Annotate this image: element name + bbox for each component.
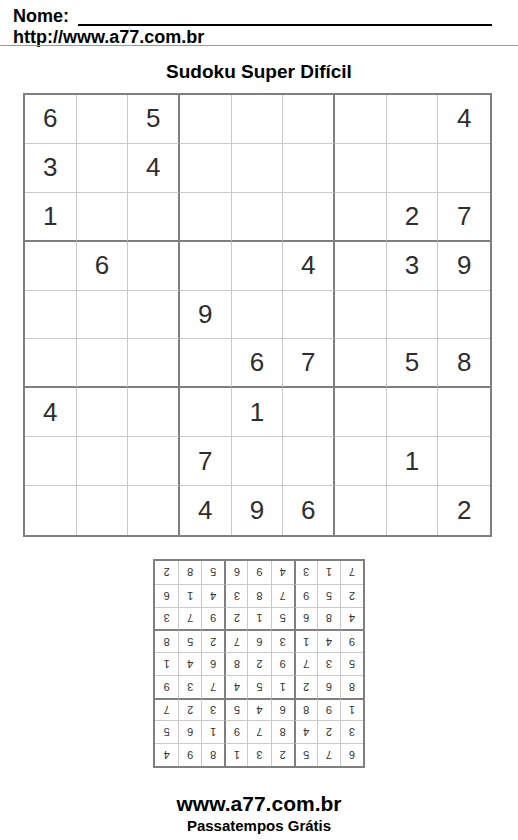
puzzle-cell-r9c8 bbox=[387, 486, 439, 535]
puzzle-cell-r7c2 bbox=[77, 388, 129, 437]
page-title: Sudoku Super Difícil bbox=[0, 61, 518, 83]
header-divider bbox=[0, 45, 518, 46]
solution-cell-r6c6: 7 bbox=[224, 629, 247, 652]
solution-cell-r3c8: 2 bbox=[178, 698, 201, 721]
solution-cell-r4c7: 7 bbox=[201, 675, 224, 698]
solution-cell-r4c3: 2 bbox=[294, 675, 317, 698]
puzzle-cell-r1c7 bbox=[335, 95, 387, 144]
solution-cell-r3c2: 9 bbox=[317, 698, 340, 721]
puzzle-cell-r8c5 bbox=[232, 437, 284, 486]
puzzle-cell-r4c3 bbox=[128, 242, 180, 291]
puzzle-cell-r4c4 bbox=[180, 242, 232, 291]
puzzle-cell-r2c2 bbox=[77, 144, 129, 193]
solution-cell-r6c2: 4 bbox=[317, 629, 340, 652]
puzzle-cell-r9c4: 4 bbox=[180, 486, 232, 535]
solution-cell-r6c9: 8 bbox=[155, 629, 178, 652]
puzzle-cell-r9c6: 6 bbox=[283, 486, 335, 535]
puzzle-cell-r2c1: 3 bbox=[25, 144, 77, 193]
puzzle-cell-r7c1: 4 bbox=[25, 388, 77, 437]
solution-cell-r1c2: 7 bbox=[317, 743, 340, 766]
puzzle-cell-r8c1 bbox=[25, 437, 77, 486]
puzzle-cell-r2c4 bbox=[180, 144, 232, 193]
solution-cell-r3c6: 5 bbox=[224, 698, 247, 721]
puzzle-cell-r6c3 bbox=[128, 339, 180, 388]
solution-cell-r2c9: 5 bbox=[155, 720, 178, 743]
solution-cell-r2c6: 9 bbox=[224, 720, 247, 743]
puzzle-cell-r4c7 bbox=[335, 242, 387, 291]
puzzle-cell-r1c9: 4 bbox=[438, 95, 490, 144]
puzzle-cell-r9c7 bbox=[335, 486, 387, 535]
puzzle-cell-r7c6 bbox=[283, 388, 335, 437]
solution-cell-r9c3: 3 bbox=[294, 561, 317, 584]
solution-cell-r8c5: 8 bbox=[247, 584, 270, 607]
puzzle-cell-r7c7 bbox=[335, 388, 387, 437]
puzzle-cell-r9c1 bbox=[25, 486, 77, 535]
solution-cell-r3c5: 4 bbox=[247, 698, 270, 721]
puzzle-cell-r1c8 bbox=[387, 95, 439, 144]
puzzle-cell-r6c5: 6 bbox=[232, 339, 284, 388]
solution-cell-r9c8: 8 bbox=[178, 561, 201, 584]
puzzle-cell-r9c2 bbox=[77, 486, 129, 535]
puzzle-cell-r3c9: 7 bbox=[438, 193, 490, 242]
solution-cell-r3c3: 8 bbox=[294, 698, 317, 721]
solution-cell-r1c9: 4 bbox=[155, 743, 178, 766]
puzzle-cell-r5c3 bbox=[128, 291, 180, 340]
puzzle-cell-r2c9 bbox=[438, 144, 490, 193]
puzzle-cell-r8c8: 1 bbox=[387, 437, 439, 486]
puzzle-cell-r3c4 bbox=[180, 193, 232, 242]
solution-cell-r5c3: 7 bbox=[294, 652, 317, 675]
puzzle-cell-r1c1: 6 bbox=[25, 95, 77, 144]
solution-cell-r5c4: 9 bbox=[271, 652, 294, 675]
puzzle-cell-r5c6 bbox=[283, 291, 335, 340]
solution-cell-r5c6: 8 bbox=[224, 652, 247, 675]
puzzle-cell-r3c5 bbox=[232, 193, 284, 242]
puzzle-cell-r2c5 bbox=[232, 144, 284, 193]
solution-cell-r4c1: 8 bbox=[340, 675, 363, 698]
solution-cell-r1c6: 1 bbox=[224, 743, 247, 766]
sudoku-puzzle-grid: 6543412764399675841714962 bbox=[23, 93, 492, 537]
solution-cell-r9c6: 6 bbox=[224, 561, 247, 584]
solution-cell-r3c9: 7 bbox=[155, 698, 178, 721]
footer-tagline-text: Passatempos Grátis bbox=[0, 817, 518, 834]
puzzle-cell-r4c1 bbox=[25, 242, 77, 291]
sudoku-solution-grid-upside-down: 6752318943248791651986453278621547395379… bbox=[153, 559, 365, 768]
solution-cell-r5c8: 4 bbox=[178, 652, 201, 675]
solution-cell-r4c4: 1 bbox=[271, 675, 294, 698]
puzzle-cell-r4c5 bbox=[232, 242, 284, 291]
puzzle-cell-r4c9: 9 bbox=[438, 242, 490, 291]
solution-cell-r2c5: 7 bbox=[247, 720, 270, 743]
solution-cell-r9c9: 2 bbox=[155, 561, 178, 584]
solution-cell-r2c3: 4 bbox=[294, 720, 317, 743]
solution-cell-r7c8: 7 bbox=[178, 607, 201, 630]
solution-cell-r5c2: 3 bbox=[317, 652, 340, 675]
puzzle-cell-r7c4 bbox=[180, 388, 232, 437]
solution-cell-r5c1: 5 bbox=[340, 652, 363, 675]
solution-cell-r8c1: 2 bbox=[340, 584, 363, 607]
puzzle-cell-r3c2 bbox=[77, 193, 129, 242]
name-label: Nome: bbox=[13, 6, 69, 27]
solution-cell-r8c3: 9 bbox=[294, 584, 317, 607]
solution-cell-r8c4: 7 bbox=[271, 584, 294, 607]
puzzle-cell-r6c7 bbox=[335, 339, 387, 388]
sudoku-print-page: Nome: http://www.a77.com.br Sudoku Super… bbox=[0, 0, 518, 840]
puzzle-cell-r2c6 bbox=[283, 144, 335, 193]
puzzle-cell-r8c9 bbox=[438, 437, 490, 486]
solution-cell-r5c7: 6 bbox=[201, 652, 224, 675]
solution-cell-r1c4: 2 bbox=[271, 743, 294, 766]
puzzle-cell-r1c6 bbox=[283, 95, 335, 144]
puzzle-cell-r6c2 bbox=[77, 339, 129, 388]
puzzle-cell-r6c6: 7 bbox=[283, 339, 335, 388]
puzzle-cell-r4c6: 4 bbox=[283, 242, 335, 291]
solution-cell-r6c8: 5 bbox=[178, 629, 201, 652]
solution-cell-r6c3: 1 bbox=[294, 629, 317, 652]
solution-cell-r9c4: 4 bbox=[271, 561, 294, 584]
puzzle-cell-r2c7 bbox=[335, 144, 387, 193]
puzzle-cell-r1c3: 5 bbox=[128, 95, 180, 144]
solution-cell-r5c5: 2 bbox=[247, 652, 270, 675]
solution-cell-r2c7: 1 bbox=[201, 720, 224, 743]
puzzle-cell-r5c1 bbox=[25, 291, 77, 340]
solution-cell-r2c8: 6 bbox=[178, 720, 201, 743]
solution-cell-r7c7: 9 bbox=[201, 607, 224, 630]
puzzle-cell-r9c3 bbox=[128, 486, 180, 535]
solution-cell-r2c2: 2 bbox=[317, 720, 340, 743]
puzzle-cell-r7c5: 1 bbox=[232, 388, 284, 437]
solution-cell-r1c8: 9 bbox=[178, 743, 201, 766]
solution-cell-r7c9: 3 bbox=[155, 607, 178, 630]
puzzle-cell-r3c3 bbox=[128, 193, 180, 242]
puzzle-cell-r1c2 bbox=[77, 95, 129, 144]
solution-cell-r7c4: 5 bbox=[271, 607, 294, 630]
solution-cell-r4c8: 3 bbox=[178, 675, 201, 698]
puzzle-cell-r8c7 bbox=[335, 437, 387, 486]
solution-cell-r5c9: 1 bbox=[155, 652, 178, 675]
solution-cell-r4c2: 6 bbox=[317, 675, 340, 698]
puzzle-cell-r7c9 bbox=[438, 388, 490, 437]
solution-cell-r7c6: 2 bbox=[224, 607, 247, 630]
solution-cell-r8c9: 6 bbox=[155, 584, 178, 607]
solution-cell-r1c5: 3 bbox=[247, 743, 270, 766]
puzzle-cell-r7c3 bbox=[128, 388, 180, 437]
puzzle-cell-r9c9: 2 bbox=[438, 486, 490, 535]
puzzle-cell-r3c1: 1 bbox=[25, 193, 77, 242]
solution-cell-r8c8: 1 bbox=[178, 584, 201, 607]
puzzle-cell-r2c8 bbox=[387, 144, 439, 193]
solution-cell-r8c6: 3 bbox=[224, 584, 247, 607]
solution-cell-r6c7: 2 bbox=[201, 629, 224, 652]
solution-cell-r9c5: 9 bbox=[247, 561, 270, 584]
puzzle-cell-r5c8 bbox=[387, 291, 439, 340]
footer-site-text: www.a77.com.br bbox=[0, 792, 518, 816]
solution-cell-r7c2: 8 bbox=[317, 607, 340, 630]
solution-cell-r4c6: 4 bbox=[224, 675, 247, 698]
solution-cell-r1c7: 8 bbox=[201, 743, 224, 766]
puzzle-cell-r9c5: 9 bbox=[232, 486, 284, 535]
puzzle-cell-r3c8: 2 bbox=[387, 193, 439, 242]
puzzle-cell-r6c8: 5 bbox=[387, 339, 439, 388]
puzzle-cell-r1c4 bbox=[180, 95, 232, 144]
puzzle-cell-r6c1 bbox=[25, 339, 77, 388]
puzzle-cell-r7c8 bbox=[387, 388, 439, 437]
solution-cell-r7c5: 1 bbox=[247, 607, 270, 630]
puzzle-cell-r6c4 bbox=[180, 339, 232, 388]
solution-cell-r9c1: 7 bbox=[340, 561, 363, 584]
puzzle-cell-r6c9: 8 bbox=[438, 339, 490, 388]
solution-cell-r7c1: 4 bbox=[340, 607, 363, 630]
solution-cell-r6c5: 6 bbox=[247, 629, 270, 652]
solution-cell-r1c1: 6 bbox=[340, 743, 363, 766]
name-fill-line bbox=[78, 24, 492, 26]
puzzle-cell-r8c4: 7 bbox=[180, 437, 232, 486]
puzzle-cell-r3c6 bbox=[283, 193, 335, 242]
puzzle-cell-r8c3 bbox=[128, 437, 180, 486]
puzzle-cell-r4c8: 3 bbox=[387, 242, 439, 291]
solution-cell-r3c4: 6 bbox=[271, 698, 294, 721]
puzzle-cell-r5c5 bbox=[232, 291, 284, 340]
solution-cell-r8c7: 4 bbox=[201, 584, 224, 607]
puzzle-cell-r5c2 bbox=[77, 291, 129, 340]
puzzle-cell-r1c5 bbox=[232, 95, 284, 144]
solution-cell-r9c2: 1 bbox=[317, 561, 340, 584]
solution-cell-r4c5: 5 bbox=[247, 675, 270, 698]
solution-cell-r4c9: 9 bbox=[155, 675, 178, 698]
solution-cell-r2c1: 3 bbox=[340, 720, 363, 743]
solution-cell-r2c4: 8 bbox=[271, 720, 294, 743]
solution-cell-r1c3: 5 bbox=[294, 743, 317, 766]
puzzle-cell-r3c7 bbox=[335, 193, 387, 242]
puzzle-cell-r8c6 bbox=[283, 437, 335, 486]
solution-cell-r7c3: 6 bbox=[294, 607, 317, 630]
puzzle-cell-r4c2: 6 bbox=[77, 242, 129, 291]
puzzle-cell-r5c7 bbox=[335, 291, 387, 340]
puzzle-cell-r5c9 bbox=[438, 291, 490, 340]
solution-cell-r6c4: 3 bbox=[271, 629, 294, 652]
solution-cell-r8c2: 5 bbox=[317, 584, 340, 607]
puzzle-cell-r5c4: 9 bbox=[180, 291, 232, 340]
solution-cell-r3c7: 3 bbox=[201, 698, 224, 721]
puzzle-cell-r8c2 bbox=[77, 437, 129, 486]
solution-cell-r9c7: 5 bbox=[201, 561, 224, 584]
solution-cell-r6c1: 9 bbox=[340, 629, 363, 652]
puzzle-cell-r2c3: 4 bbox=[128, 144, 180, 193]
solution-cell-r3c1: 1 bbox=[340, 698, 363, 721]
